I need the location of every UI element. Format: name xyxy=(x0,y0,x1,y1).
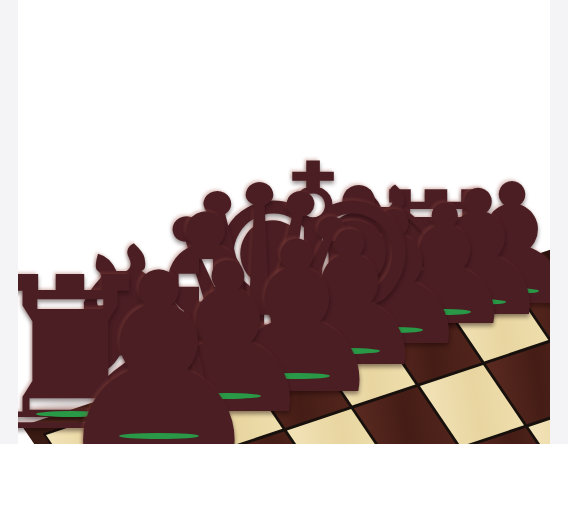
photo-area: ♜♞♝♛♚♝♞♜♟♟♟♟♟♟♟♟ xyxy=(0,0,568,444)
piece-pawn-a7: ♟ xyxy=(33,240,286,444)
product-photo: ♜♞♝♛♚♝♞♜♟♟♟♟♟♟♟♟ xyxy=(0,0,568,532)
felt-base xyxy=(119,433,200,439)
page-gutter-right xyxy=(550,0,568,444)
page-gutter-left xyxy=(0,0,18,444)
